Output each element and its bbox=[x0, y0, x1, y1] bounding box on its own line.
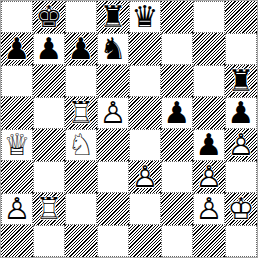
square-h6[interactable]: ♜ bbox=[225, 65, 257, 97]
square-b3[interactable] bbox=[33, 161, 65, 193]
square-d7[interactable]: ♞ bbox=[97, 33, 129, 65]
piece-white-pawn-fill: ♟ bbox=[194, 194, 224, 224]
square-a2[interactable]: ♟♙ bbox=[1, 193, 33, 225]
square-h7[interactable] bbox=[225, 33, 257, 65]
square-g4[interactable]: ♟ bbox=[193, 129, 225, 161]
square-a1[interactable] bbox=[1, 225, 33, 257]
square-b2[interactable]: ♜♖ bbox=[33, 193, 65, 225]
piece-white-pawn[interactable]: ♙ bbox=[98, 98, 128, 128]
square-a6[interactable] bbox=[1, 65, 33, 97]
square-a3[interactable] bbox=[1, 161, 33, 193]
square-c6[interactable] bbox=[65, 65, 97, 97]
square-d1[interactable] bbox=[97, 225, 129, 257]
piece-black-pawn[interactable]: ♟ bbox=[194, 130, 224, 160]
square-g2[interactable]: ♟♙ bbox=[193, 193, 225, 225]
piece-white-pawn[interactable]: ♙ bbox=[129, 161, 161, 193]
square-c1[interactable] bbox=[65, 225, 97, 257]
piece-black-pawn[interactable]: ♟ bbox=[162, 98, 192, 128]
square-f6[interactable] bbox=[161, 65, 193, 97]
square-g5[interactable] bbox=[193, 97, 225, 129]
piece-black-pawn[interactable]: ♟ bbox=[226, 98, 256, 128]
square-g7[interactable] bbox=[193, 33, 225, 65]
square-e5[interactable] bbox=[129, 97, 161, 129]
square-e6[interactable] bbox=[129, 65, 161, 97]
square-a8[interactable] bbox=[1, 1, 33, 33]
square-g6[interactable] bbox=[193, 65, 225, 97]
piece-white-rook-fill: ♜ bbox=[65, 97, 97, 129]
square-e8[interactable]: ♛ bbox=[129, 1, 161, 33]
square-c5[interactable]: ♜♖ bbox=[65, 97, 97, 129]
square-e1[interactable] bbox=[129, 225, 161, 257]
square-f5[interactable]: ♟ bbox=[161, 97, 193, 129]
piece-white-queen[interactable]: ♕ bbox=[2, 130, 32, 160]
square-f4[interactable] bbox=[161, 129, 193, 161]
square-g1[interactable] bbox=[193, 225, 225, 257]
square-h5[interactable]: ♟ bbox=[225, 97, 257, 129]
piece-white-king[interactable]: ♔ bbox=[225, 193, 257, 225]
piece-white-pawn[interactable]: ♙ bbox=[194, 194, 224, 224]
piece-white-knight[interactable]: ♘ bbox=[66, 130, 96, 160]
square-g3[interactable]: ♟♙ bbox=[193, 161, 225, 193]
piece-white-pawn[interactable]: ♙ bbox=[225, 129, 257, 161]
square-f1[interactable] bbox=[161, 225, 193, 257]
piece-white-rook[interactable]: ♖ bbox=[65, 97, 97, 129]
piece-white-queen-fill: ♛ bbox=[2, 130, 32, 160]
square-e2[interactable] bbox=[129, 193, 161, 225]
chess-board-frame: ♚♜♛♟♟♟♞♜♜♖♟♙♟♟♛♕♞♘♟♟♙♟♙♟♙♟♙♜♖♟♙♚♔ bbox=[0, 0, 258, 258]
square-e4[interactable] bbox=[129, 129, 161, 161]
piece-black-pawn[interactable]: ♟ bbox=[1, 33, 33, 65]
piece-white-pawn-fill: ♟ bbox=[193, 161, 225, 193]
square-b6[interactable] bbox=[33, 65, 65, 97]
square-d2[interactable] bbox=[97, 193, 129, 225]
square-b8[interactable]: ♚ bbox=[33, 1, 65, 33]
square-c4[interactable]: ♞♘ bbox=[65, 129, 97, 161]
square-b1[interactable] bbox=[33, 225, 65, 257]
square-a7[interactable]: ♟ bbox=[1, 33, 33, 65]
square-f7[interactable] bbox=[161, 33, 193, 65]
piece-black-pawn[interactable]: ♟ bbox=[34, 34, 64, 64]
square-e3[interactable]: ♟♙ bbox=[129, 161, 161, 193]
square-c3[interactable] bbox=[65, 161, 97, 193]
square-b7[interactable]: ♟ bbox=[33, 33, 65, 65]
square-b5[interactable] bbox=[33, 97, 65, 129]
square-a5[interactable] bbox=[1, 97, 33, 129]
piece-white-rook[interactable]: ♖ bbox=[33, 193, 65, 225]
piece-white-pawn-fill: ♟ bbox=[129, 161, 161, 193]
square-f3[interactable] bbox=[161, 161, 193, 193]
square-f2[interactable] bbox=[161, 193, 193, 225]
piece-black-pawn[interactable]: ♟ bbox=[65, 33, 97, 65]
chess-board: ♚♜♛♟♟♟♞♜♜♖♟♙♟♟♛♕♞♘♟♟♙♟♙♟♙♟♙♜♖♟♙♚♔ bbox=[1, 1, 257, 257]
square-a4[interactable]: ♛♕ bbox=[1, 129, 33, 161]
square-h8[interactable] bbox=[225, 1, 257, 33]
square-d8[interactable]: ♜ bbox=[97, 1, 129, 33]
square-h4[interactable]: ♟♙ bbox=[225, 129, 257, 161]
piece-white-pawn-fill: ♟ bbox=[98, 98, 128, 128]
piece-white-pawn[interactable]: ♙ bbox=[2, 194, 32, 224]
square-d5[interactable]: ♟♙ bbox=[97, 97, 129, 129]
square-h2[interactable]: ♚♔ bbox=[225, 193, 257, 225]
square-d6[interactable] bbox=[97, 65, 129, 97]
piece-black-king[interactable]: ♚ bbox=[33, 1, 65, 33]
square-c2[interactable] bbox=[65, 193, 97, 225]
square-e7[interactable] bbox=[129, 33, 161, 65]
square-h1[interactable] bbox=[225, 225, 257, 257]
square-d3[interactable] bbox=[97, 161, 129, 193]
square-h3[interactable] bbox=[225, 161, 257, 193]
piece-black-knight[interactable]: ♞ bbox=[98, 34, 128, 64]
piece-white-pawn-fill: ♟ bbox=[2, 194, 32, 224]
piece-black-queen[interactable]: ♛ bbox=[130, 2, 160, 32]
piece-white-pawn[interactable]: ♙ bbox=[193, 161, 225, 193]
square-c7[interactable]: ♟ bbox=[65, 33, 97, 65]
piece-black-rook[interactable]: ♜ bbox=[225, 65, 257, 97]
piece-black-rook[interactable]: ♜ bbox=[97, 1, 129, 33]
piece-white-knight-fill: ♞ bbox=[66, 130, 96, 160]
piece-white-pawn-fill: ♟ bbox=[225, 129, 257, 161]
square-f8[interactable] bbox=[161, 1, 193, 33]
square-c8[interactable] bbox=[65, 1, 97, 33]
piece-white-king-fill: ♚ bbox=[225, 193, 257, 225]
square-d4[interactable] bbox=[97, 129, 129, 161]
square-b4[interactable] bbox=[33, 129, 65, 161]
square-g8[interactable] bbox=[193, 1, 225, 33]
piece-white-rook-fill: ♜ bbox=[33, 193, 65, 225]
